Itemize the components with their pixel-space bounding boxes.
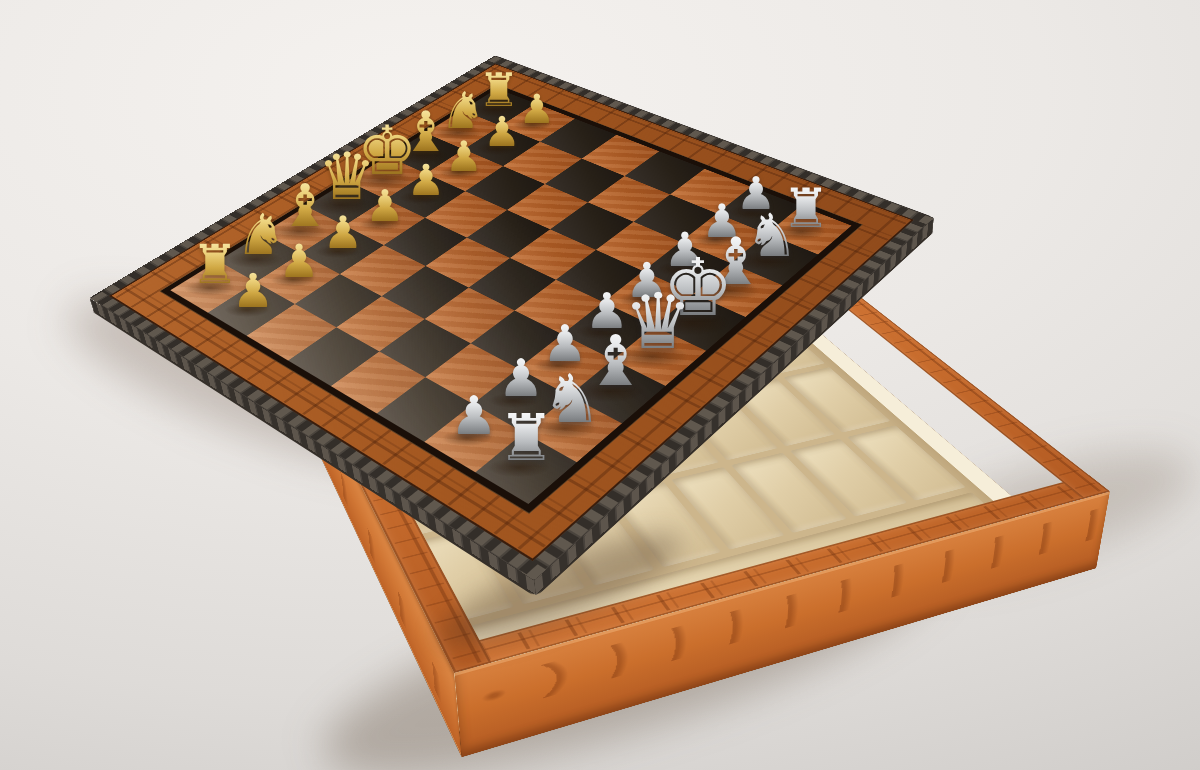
studio-backdrop: ♜♞♝♛♚♝♞♜♟♟♟♟♟♟♟♟♟♟♟♟♟♟♟♟♜♞♝♛♚♝♞♜ bbox=[0, 0, 1200, 770]
chess-board bbox=[180, 0, 839, 588]
felt-compartment bbox=[847, 425, 966, 500]
